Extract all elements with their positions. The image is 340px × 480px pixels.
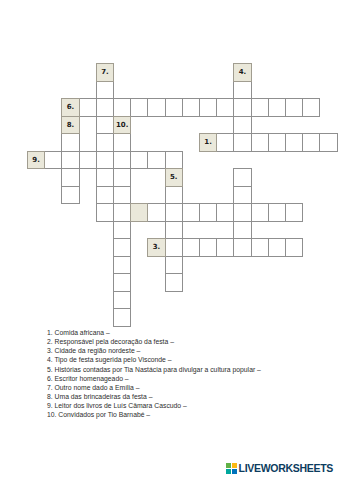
crossword-cell[interactable] — [79, 151, 97, 170]
crossword-cell[interactable] — [233, 116, 251, 135]
crossword-cell[interactable] — [233, 133, 251, 152]
clue-number-box-9: 9. — [27, 151, 45, 170]
crossword-cell[interactable] — [113, 98, 131, 117]
crossword-cell[interactable] — [233, 238, 251, 257]
clue: 10. Convidados por Tio Barnabé – — [47, 410, 261, 419]
crossword-cell[interactable] — [96, 186, 114, 205]
clue: 7. Outro nome dado a Emília – — [47, 383, 261, 392]
crossword-cell[interactable] — [96, 203, 114, 222]
clue: 4. Tipo de festa sugerida pelo Visconde … — [47, 355, 261, 364]
crossword-cell[interactable] — [233, 168, 251, 187]
crossword-cell[interactable] — [113, 291, 131, 310]
crossword-cell[interactable] — [96, 116, 114, 135]
crossword-cell[interactable] — [199, 203, 217, 222]
crossword-cell[interactable] — [61, 186, 79, 205]
brand-text: LIVEWORKSHEETS — [239, 462, 333, 474]
crossword-cell[interactable] — [61, 151, 79, 170]
crossword-cell[interactable] — [113, 273, 131, 292]
crossword-cell[interactable] — [61, 133, 79, 152]
crossword-cell[interactable] — [251, 98, 269, 117]
clue-number-box-4: 4. — [233, 63, 251, 82]
crossword-cell[interactable] — [233, 221, 251, 240]
crossword-cell[interactable] — [199, 238, 217, 257]
liveworksheets-logo[interactable]: LIVEWORKSHEETS — [226, 462, 333, 474]
crossword-cell[interactable] — [113, 256, 131, 275]
clue-number-box-3: 3. — [147, 238, 165, 257]
crossword-cell[interactable] — [44, 151, 62, 170]
crossword-cell[interactable] — [96, 81, 114, 100]
crossword-cell[interactable] — [216, 98, 234, 117]
crossword-cell[interactable] — [165, 98, 183, 117]
crossword-cell[interactable] — [79, 98, 97, 117]
crossword-cell[interactable] — [268, 133, 286, 152]
clue-number-box-1: 1. — [199, 133, 217, 152]
crossword-cell[interactable] — [285, 98, 303, 117]
clue: 5. Histórias contadas por Tia Nastácia p… — [47, 365, 261, 374]
crossword-cell[interactable] — [113, 238, 131, 257]
logo-square — [232, 463, 237, 468]
clue-list: 1. Comida africana –2. Responsável pela … — [47, 328, 261, 419]
logo-square — [226, 463, 231, 468]
crossword-cell[interactable] — [285, 203, 303, 222]
clue-number-box-8: 8. — [61, 116, 79, 135]
crossword-cell[interactable] — [251, 238, 269, 257]
crossword-cell[interactable] — [268, 238, 286, 257]
crossword-cell[interactable] — [268, 98, 286, 117]
crossword-cell[interactable] — [165, 221, 183, 240]
crossword-cell[interactable] — [233, 98, 251, 117]
clue: 9. Leitor dos livros de Luís Câmara Casc… — [47, 401, 261, 410]
crossword-cell[interactable] — [147, 98, 165, 117]
clue-number-box-10: 10. — [113, 116, 131, 135]
crossword-cell[interactable] — [319, 133, 337, 152]
crossword-cell[interactable] — [216, 203, 234, 222]
crossword-cell[interactable] — [233, 81, 251, 100]
crossword-cell[interactable] — [113, 186, 131, 205]
crossword-cell[interactable] — [216, 133, 234, 152]
clue-number-box-5: 5. — [165, 168, 183, 187]
crossword-grid: 7.4.6.8.10.1.9.5.3. — [27, 63, 337, 326]
crossword-cell[interactable] — [61, 168, 79, 187]
crossword-cell[interactable] — [165, 203, 183, 222]
crossword-cell[interactable] — [268, 203, 286, 222]
clue: 8. Uma das brincadeiras da festa – — [47, 392, 261, 401]
crossword-cell[interactable] — [251, 203, 269, 222]
crossword-cell[interactable] — [113, 203, 131, 222]
crossword-cell[interactable] — [285, 133, 303, 152]
clue: 3. Cidade da região nordeste – — [47, 346, 261, 355]
liveworksheets-icon — [226, 463, 237, 474]
crossword-cell[interactable] — [147, 151, 165, 170]
crossword-cell[interactable] — [113, 221, 131, 240]
crossword-cell[interactable] — [130, 151, 148, 170]
crossword-cell[interactable] — [199, 98, 217, 117]
crossword-cell[interactable] — [233, 186, 251, 205]
logo-square — [226, 469, 231, 474]
crossword-cell[interactable] — [96, 151, 114, 170]
crossword-cell[interactable] — [96, 98, 114, 117]
clue: 2. Responsável pela decoração da festa – — [47, 337, 261, 346]
crossword-cell[interactable] — [182, 238, 200, 257]
crossword-cell[interactable] — [113, 308, 131, 327]
crossword-cell[interactable] — [113, 133, 131, 152]
crossword-cell[interactable] — [147, 203, 165, 222]
crossword-cell[interactable] — [113, 168, 131, 187]
crossword-cell[interactable] — [182, 98, 200, 117]
crossword-cell[interactable] — [113, 151, 131, 170]
shaded-clue-box-2 — [130, 203, 148, 222]
logo-square — [232, 469, 237, 474]
clue: 1. Comida africana – — [47, 328, 261, 337]
crossword-cell[interactable] — [165, 238, 183, 257]
crossword-cell[interactable] — [165, 273, 183, 292]
crossword-cell[interactable] — [302, 98, 320, 117]
crossword-cell[interactable] — [233, 203, 251, 222]
crossword-cell[interactable] — [182, 203, 200, 222]
crossword-cell[interactable] — [165, 151, 183, 170]
crossword-cell[interactable] — [302, 133, 320, 152]
crossword-cell[interactable] — [96, 133, 114, 152]
crossword-cell[interactable] — [165, 186, 183, 205]
clue: 6. Escritor homenageado – — [47, 374, 261, 383]
crossword-cell[interactable] — [165, 256, 183, 275]
crossword-cell[interactable] — [251, 133, 269, 152]
crossword-cell[interactable] — [285, 238, 303, 257]
crossword-cell[interactable] — [216, 238, 234, 257]
clue-number-box-6: 6. — [61, 98, 79, 117]
crossword-cell[interactable] — [96, 168, 114, 187]
clue-number-box-7: 7. — [96, 63, 114, 82]
crossword-cell[interactable] — [130, 98, 148, 117]
